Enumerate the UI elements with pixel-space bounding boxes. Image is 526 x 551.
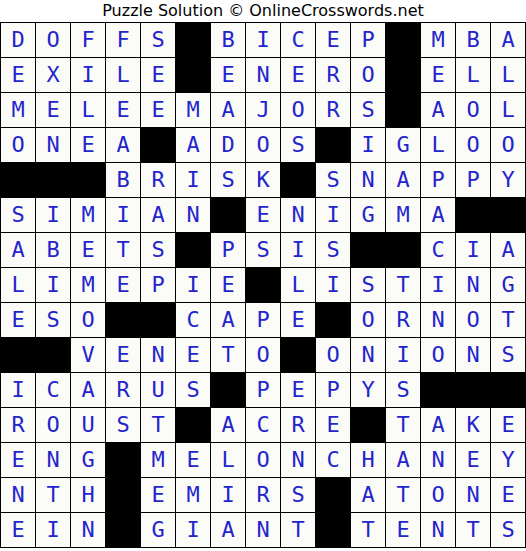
letter-cell-r10c10: O bbox=[316, 338, 350, 372]
letter-cell-r14c14: N bbox=[456, 478, 490, 512]
letter-cell-r14c3: H bbox=[71, 478, 105, 512]
letter-cell-r13c5: M bbox=[141, 443, 175, 477]
letter-cell-r6c9: N bbox=[281, 198, 315, 232]
block-cell-r1c12 bbox=[386, 23, 420, 57]
letter-cell-r3c10: R bbox=[316, 93, 350, 127]
letter-cell-r12c3: U bbox=[71, 408, 105, 442]
letter-cell-r4c4: A bbox=[106, 128, 140, 162]
letter-cell-r13c11: H bbox=[351, 443, 385, 477]
letter-cell-r3c6: M bbox=[176, 93, 210, 127]
letter-cell-r2c7: E bbox=[211, 58, 245, 92]
letter-cell-r11c6: S bbox=[176, 373, 210, 407]
letter-cell-r7c7: P bbox=[211, 233, 245, 267]
letter-cell-r14c1: N bbox=[1, 478, 35, 512]
letter-cell-r3c11: S bbox=[351, 93, 385, 127]
letter-cell-r12c14: K bbox=[456, 408, 490, 442]
letter-cell-r8c11: S bbox=[351, 268, 385, 302]
letter-cell-r15c12: E bbox=[386, 513, 420, 547]
letter-cell-r14c6: M bbox=[176, 478, 210, 512]
block-cell-r10c2 bbox=[36, 338, 70, 372]
letter-cell-r4c11: I bbox=[351, 128, 385, 162]
letter-cell-r13c1: E bbox=[1, 443, 35, 477]
letter-cell-r10c13: O bbox=[421, 338, 455, 372]
letter-cell-r13c15: Y bbox=[491, 443, 525, 477]
letter-cell-r13c3: G bbox=[71, 443, 105, 477]
letter-cell-r4c2: N bbox=[36, 128, 70, 162]
letter-cell-r7c9: I bbox=[281, 233, 315, 267]
block-cell-r1c6 bbox=[176, 23, 210, 57]
block-cell-r11c7 bbox=[211, 373, 245, 407]
letter-cell-r3c13: A bbox=[421, 93, 455, 127]
letter-cell-r1c7: B bbox=[211, 23, 245, 57]
block-cell-r2c12 bbox=[386, 58, 420, 92]
block-cell-r14c4 bbox=[106, 478, 140, 512]
letter-cell-r9c13: N bbox=[421, 303, 455, 337]
block-cell-r8c8 bbox=[246, 268, 280, 302]
letter-cell-r4c6: A bbox=[176, 128, 210, 162]
letter-cell-r9c7: A bbox=[211, 303, 245, 337]
block-cell-r12c11 bbox=[351, 408, 385, 442]
block-cell-r7c12 bbox=[386, 233, 420, 267]
letter-cell-r14c12: T bbox=[386, 478, 420, 512]
letter-cell-r9c1: E bbox=[1, 303, 35, 337]
letter-cell-r9c9: E bbox=[281, 303, 315, 337]
block-cell-r6c14 bbox=[456, 198, 490, 232]
letter-cell-r8c7: E bbox=[211, 268, 245, 302]
letter-cell-r6c11: G bbox=[351, 198, 385, 232]
letter-cell-r7c14: I bbox=[456, 233, 490, 267]
letter-cell-r2c2: X bbox=[36, 58, 70, 92]
letter-cell-r14c2: T bbox=[36, 478, 70, 512]
letter-cell-r10c14: N bbox=[456, 338, 490, 372]
letter-cell-r11c1: I bbox=[1, 373, 35, 407]
block-cell-r11c14 bbox=[456, 373, 490, 407]
letter-cell-r11c11: Y bbox=[351, 373, 385, 407]
letter-cell-r1c3: F bbox=[71, 23, 105, 57]
letter-cell-r13c14: E bbox=[456, 443, 490, 477]
block-cell-r10c9 bbox=[281, 338, 315, 372]
letter-cell-r9c8: P bbox=[246, 303, 280, 337]
letter-cell-r1c8: I bbox=[246, 23, 280, 57]
block-cell-r7c11 bbox=[351, 233, 385, 267]
letter-cell-r8c15: G bbox=[491, 268, 525, 302]
letter-cell-r15c2: I bbox=[36, 513, 70, 547]
letter-cell-r13c7: L bbox=[211, 443, 245, 477]
letter-cell-r5c4: B bbox=[106, 163, 140, 197]
letter-cell-r8c10: I bbox=[316, 268, 350, 302]
letter-cell-r2c3: I bbox=[71, 58, 105, 92]
letter-cell-r10c11: N bbox=[351, 338, 385, 372]
block-cell-r11c15 bbox=[491, 373, 525, 407]
letter-cell-r5c6: I bbox=[176, 163, 210, 197]
block-cell-r9c5 bbox=[141, 303, 175, 337]
letter-cell-r2c8: N bbox=[246, 58, 280, 92]
block-cell-r5c3 bbox=[71, 163, 105, 197]
letter-cell-r1c4: F bbox=[106, 23, 140, 57]
letter-cell-r13c6: E bbox=[176, 443, 210, 477]
letter-cell-r11c9: E bbox=[281, 373, 315, 407]
letter-cell-r12c2: O bbox=[36, 408, 70, 442]
letter-cell-r12c5: T bbox=[141, 408, 175, 442]
letter-cell-r4c15: O bbox=[491, 128, 525, 162]
letter-cell-r3c4: E bbox=[106, 93, 140, 127]
letter-cell-r14c5: E bbox=[141, 478, 175, 512]
letter-cell-r15c3: N bbox=[71, 513, 105, 547]
letter-cell-r5c11: N bbox=[351, 163, 385, 197]
letter-cell-r3c3: L bbox=[71, 93, 105, 127]
letter-cell-r7c3: E bbox=[71, 233, 105, 267]
block-cell-r6c15 bbox=[491, 198, 525, 232]
letter-cell-r8c14: N bbox=[456, 268, 490, 302]
letter-cell-r15c9: T bbox=[281, 513, 315, 547]
letter-cell-r13c2: N bbox=[36, 443, 70, 477]
letter-cell-r13c12: A bbox=[386, 443, 420, 477]
letter-cell-r5c15: Y bbox=[491, 163, 525, 197]
letter-cell-r7c4: T bbox=[106, 233, 140, 267]
letter-cell-r7c10: S bbox=[316, 233, 350, 267]
letter-cell-r10c3: V bbox=[71, 338, 105, 372]
letter-cell-r11c5: U bbox=[141, 373, 175, 407]
letter-cell-r12c8: C bbox=[246, 408, 280, 442]
letter-cell-r12c7: A bbox=[211, 408, 245, 442]
block-cell-r15c4 bbox=[106, 513, 140, 547]
letter-cell-r3c7: A bbox=[211, 93, 245, 127]
letter-cell-r5c14: P bbox=[456, 163, 490, 197]
letter-cell-r7c1: A bbox=[1, 233, 35, 267]
letter-cell-r12c4: S bbox=[106, 408, 140, 442]
letter-cell-r1c10: E bbox=[316, 23, 350, 57]
letter-cell-r7c15: A bbox=[491, 233, 525, 267]
letter-cell-r12c15: E bbox=[491, 408, 525, 442]
block-cell-r6c7 bbox=[211, 198, 245, 232]
letter-cell-r11c3: A bbox=[71, 373, 105, 407]
letter-cell-r13c9: N bbox=[281, 443, 315, 477]
letter-cell-r12c12: T bbox=[386, 408, 420, 442]
letter-cell-r10c15: S bbox=[491, 338, 525, 372]
letter-cell-r15c7: A bbox=[211, 513, 245, 547]
letter-cell-r4c7: D bbox=[211, 128, 245, 162]
letter-cell-r6c8: E bbox=[246, 198, 280, 232]
letter-cell-r9c12: R bbox=[386, 303, 420, 337]
letter-cell-r4c8: O bbox=[246, 128, 280, 162]
letter-cell-r6c5: A bbox=[141, 198, 175, 232]
block-cell-r15c10 bbox=[316, 513, 350, 547]
letter-cell-r7c5: S bbox=[141, 233, 175, 267]
letter-cell-r4c3: E bbox=[71, 128, 105, 162]
block-cell-r14c10 bbox=[316, 478, 350, 512]
block-cell-r9c4 bbox=[106, 303, 140, 337]
letter-cell-r4c9: S bbox=[281, 128, 315, 162]
letter-cell-r8c1: L bbox=[1, 268, 35, 302]
block-cell-r9c10 bbox=[316, 303, 350, 337]
letter-cell-r1c11: P bbox=[351, 23, 385, 57]
letter-cell-r2c9: E bbox=[281, 58, 315, 92]
letter-cell-r14c13: O bbox=[421, 478, 455, 512]
letter-cell-r11c10: P bbox=[316, 373, 350, 407]
letter-cell-r12c13: A bbox=[421, 408, 455, 442]
letter-cell-r8c6: I bbox=[176, 268, 210, 302]
letter-cell-r15c15: S bbox=[491, 513, 525, 547]
letter-cell-r9c14: O bbox=[456, 303, 490, 337]
block-cell-r5c1 bbox=[1, 163, 35, 197]
letter-cell-r15c13: N bbox=[421, 513, 455, 547]
letter-cell-r5c7: S bbox=[211, 163, 245, 197]
letter-cell-r9c2: S bbox=[36, 303, 70, 337]
block-cell-r4c5 bbox=[141, 128, 175, 162]
letter-cell-r4c12: G bbox=[386, 128, 420, 162]
letter-cell-r2c10: R bbox=[316, 58, 350, 92]
letter-cell-r5c12: A bbox=[386, 163, 420, 197]
letter-cell-r15c14: T bbox=[456, 513, 490, 547]
letter-cell-r5c13: P bbox=[421, 163, 455, 197]
letter-cell-r2c1: E bbox=[1, 58, 35, 92]
letter-cell-r1c5: S bbox=[141, 23, 175, 57]
letter-cell-r3c9: O bbox=[281, 93, 315, 127]
letter-cell-r3c5: E bbox=[141, 93, 175, 127]
letter-cell-r14c11: A bbox=[351, 478, 385, 512]
letter-cell-r15c6: I bbox=[176, 513, 210, 547]
letter-cell-r1c15: A bbox=[491, 23, 525, 57]
block-cell-r3c12 bbox=[386, 93, 420, 127]
block-cell-r13c4 bbox=[106, 443, 140, 477]
block-cell-r4c10 bbox=[316, 128, 350, 162]
page-title: Puzzle Solution © OnlineCrosswords.net bbox=[0, 0, 526, 22]
letter-cell-r15c8: N bbox=[246, 513, 280, 547]
letter-cell-r9c11: O bbox=[351, 303, 385, 337]
letter-cell-r3c2: E bbox=[36, 93, 70, 127]
letter-cell-r6c13: A bbox=[421, 198, 455, 232]
crossword-grid: DOFFSBICEPMBAEXILEENEROELLMELEEMAJORSAOL… bbox=[0, 22, 526, 548]
letter-cell-r13c8: O bbox=[246, 443, 280, 477]
letter-cell-r8c2: I bbox=[36, 268, 70, 302]
block-cell-r2c6 bbox=[176, 58, 210, 92]
letter-cell-r5c8: K bbox=[246, 163, 280, 197]
letter-cell-r8c3: M bbox=[71, 268, 105, 302]
letter-cell-r11c8: P bbox=[246, 373, 280, 407]
letter-cell-r11c4: R bbox=[106, 373, 140, 407]
letter-cell-r2c13: E bbox=[421, 58, 455, 92]
letter-cell-r8c12: T bbox=[386, 268, 420, 302]
letter-cell-r5c10: S bbox=[316, 163, 350, 197]
letter-cell-r7c8: S bbox=[246, 233, 280, 267]
block-cell-r5c2 bbox=[36, 163, 70, 197]
letter-cell-r9c15: T bbox=[491, 303, 525, 337]
letter-cell-r8c13: I bbox=[421, 268, 455, 302]
letter-cell-r1c1: D bbox=[1, 23, 35, 57]
block-cell-r11c13 bbox=[421, 373, 455, 407]
letter-cell-r3c15: L bbox=[491, 93, 525, 127]
letter-cell-r11c12: S bbox=[386, 373, 420, 407]
letter-cell-r9c6: C bbox=[176, 303, 210, 337]
letter-cell-r10c4: E bbox=[106, 338, 140, 372]
letter-cell-r6c6: N bbox=[176, 198, 210, 232]
letter-cell-r3c14: O bbox=[456, 93, 490, 127]
block-cell-r10c1 bbox=[1, 338, 35, 372]
letter-cell-r3c1: M bbox=[1, 93, 35, 127]
letter-cell-r10c12: I bbox=[386, 338, 420, 372]
letter-cell-r2c5: E bbox=[141, 58, 175, 92]
letter-cell-r10c7: T bbox=[211, 338, 245, 372]
letter-cell-r1c2: O bbox=[36, 23, 70, 57]
letter-cell-r4c1: O bbox=[1, 128, 35, 162]
block-cell-r7c6 bbox=[176, 233, 210, 267]
letter-cell-r10c6: E bbox=[176, 338, 210, 372]
letter-cell-r15c5: G bbox=[141, 513, 175, 547]
letter-cell-r1c13: M bbox=[421, 23, 455, 57]
letter-cell-r15c11: T bbox=[351, 513, 385, 547]
letter-cell-r7c13: C bbox=[421, 233, 455, 267]
letter-cell-r4c14: O bbox=[456, 128, 490, 162]
letter-cell-r14c9: S bbox=[281, 478, 315, 512]
letter-cell-r6c4: I bbox=[106, 198, 140, 232]
letter-cell-r2c4: L bbox=[106, 58, 140, 92]
letter-cell-r1c9: C bbox=[281, 23, 315, 57]
letter-cell-r5c5: R bbox=[141, 163, 175, 197]
letter-cell-r14c7: I bbox=[211, 478, 245, 512]
letter-cell-r14c8: R bbox=[246, 478, 280, 512]
block-cell-r12c6 bbox=[176, 408, 210, 442]
letter-cell-r10c8: O bbox=[246, 338, 280, 372]
letter-cell-r13c10: C bbox=[316, 443, 350, 477]
letter-cell-r4c13: L bbox=[421, 128, 455, 162]
letter-cell-r12c9: R bbox=[281, 408, 315, 442]
letter-cell-r1c14: B bbox=[456, 23, 490, 57]
letter-cell-r2c15: L bbox=[491, 58, 525, 92]
letter-cell-r6c3: M bbox=[71, 198, 105, 232]
letter-cell-r12c10: E bbox=[316, 408, 350, 442]
letter-cell-r10c5: N bbox=[141, 338, 175, 372]
letter-cell-r12c1: R bbox=[1, 408, 35, 442]
letter-cell-r6c12: M bbox=[386, 198, 420, 232]
block-cell-r5c9 bbox=[281, 163, 315, 197]
letter-cell-r2c14: L bbox=[456, 58, 490, 92]
letter-cell-r8c9: L bbox=[281, 268, 315, 302]
letter-cell-r6c2: I bbox=[36, 198, 70, 232]
letter-cell-r9c3: O bbox=[71, 303, 105, 337]
letter-cell-r2c11: O bbox=[351, 58, 385, 92]
letter-cell-r3c8: J bbox=[246, 93, 280, 127]
letter-cell-r15c1: E bbox=[1, 513, 35, 547]
letter-cell-r8c5: P bbox=[141, 268, 175, 302]
letter-cell-r7c2: B bbox=[36, 233, 70, 267]
letter-cell-r8c4: E bbox=[106, 268, 140, 302]
letter-cell-r6c1: S bbox=[1, 198, 35, 232]
letter-cell-r14c15: E bbox=[491, 478, 525, 512]
letter-cell-r6c10: I bbox=[316, 198, 350, 232]
letter-cell-r11c2: C bbox=[36, 373, 70, 407]
letter-cell-r13c13: N bbox=[421, 443, 455, 477]
